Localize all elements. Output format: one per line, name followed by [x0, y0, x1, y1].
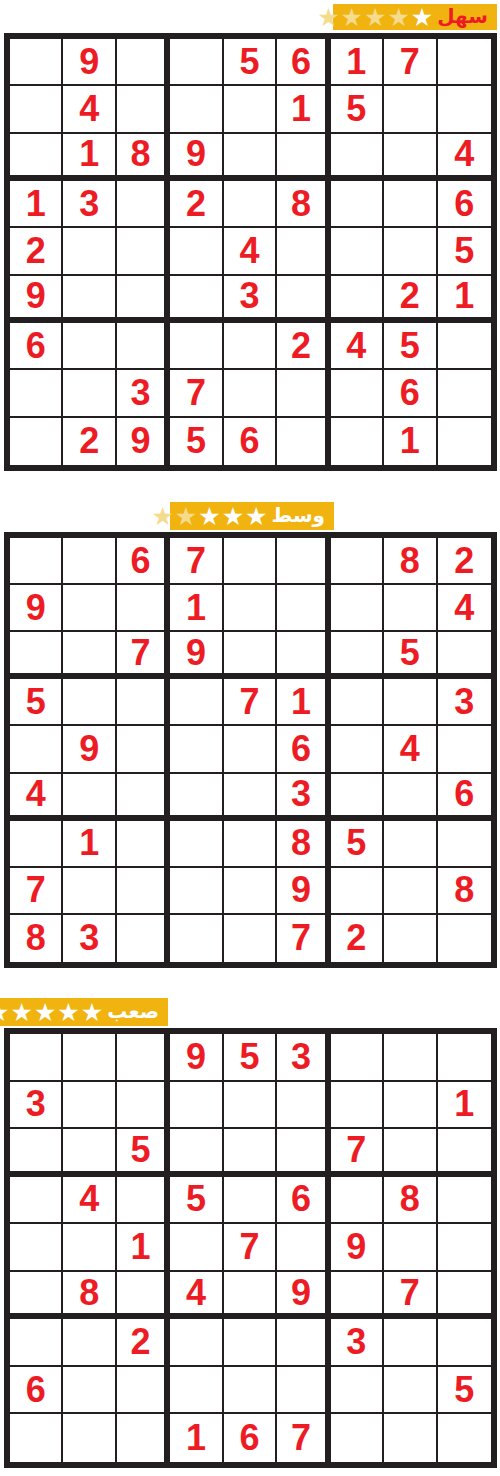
cell-r9c2: 2	[63, 418, 116, 465]
cell-r5c1: 2	[10, 228, 63, 275]
cell-r3c3: 7	[117, 632, 170, 679]
cell-r3c9[interactable]	[438, 632, 491, 679]
cell-r5c6[interactable]	[277, 228, 330, 275]
cell-r7c8[interactable]	[384, 1319, 437, 1367]
cell-r2c1[interactable]	[10, 86, 63, 133]
cell-r1c3: 6	[117, 538, 170, 585]
cell-r7c2[interactable]	[63, 1319, 116, 1367]
cell-r5c5: 7	[224, 1224, 277, 1272]
cell-r6c5[interactable]	[224, 1272, 277, 1320]
cell-r4c7[interactable]	[331, 1177, 384, 1225]
star-icon: ★	[0, 1000, 10, 1025]
cell-r6c6: 3	[277, 774, 330, 821]
cell-r8c6[interactable]	[277, 1367, 330, 1415]
cell-r9c4: 1	[170, 1414, 223, 1462]
cell-r9c8[interactable]	[384, 1414, 437, 1462]
cell-r5c5[interactable]	[224, 726, 277, 773]
cell-r9c3[interactable]	[117, 915, 170, 962]
cell-r1c9: 2	[438, 538, 491, 585]
cell-r1c8[interactable]	[384, 1034, 437, 1082]
star-icon: ★	[34, 1000, 56, 1025]
cell-r3c8: 5	[384, 632, 437, 679]
cell-r7c7: 3	[331, 1319, 384, 1367]
cell-r3c2: 1	[63, 134, 116, 181]
cell-r8c5[interactable]	[224, 868, 277, 915]
cell-r5c3: 1	[117, 1224, 170, 1272]
cell-r7c5[interactable]	[224, 1319, 277, 1367]
cell-r5c4[interactable]	[170, 1224, 223, 1272]
cell-r1c7[interactable]	[331, 1034, 384, 1082]
cell-r8c2[interactable]	[63, 370, 116, 417]
cell-r3c2[interactable]	[63, 1129, 116, 1177]
cell-r8c7[interactable]	[331, 370, 384, 417]
cell-r6c1: 4	[10, 774, 63, 821]
cell-r4c1: 5	[10, 679, 63, 726]
cell-r2c8[interactable]	[384, 86, 437, 133]
cell-r8c6: 9	[277, 868, 330, 915]
star-icon: ★	[222, 504, 244, 529]
cell-r6c2[interactable]	[63, 774, 116, 821]
cell-r2c4[interactable]	[170, 86, 223, 133]
cell-r8c3[interactable]	[117, 1367, 170, 1415]
cell-r6c3[interactable]	[117, 276, 170, 323]
star-icon: ★	[317, 5, 339, 30]
cell-r2c5[interactable]	[224, 86, 277, 133]
cell-r3c7: 7	[331, 1129, 384, 1177]
cell-r3c1[interactable]	[10, 632, 63, 679]
cell-r5c7[interactable]	[331, 228, 384, 275]
cell-r4c3[interactable]	[117, 1177, 170, 1225]
cell-r4c6: 1	[277, 679, 330, 726]
cell-r1c8: 7	[384, 39, 437, 86]
cell-r4c3[interactable]	[117, 679, 170, 726]
cell-r5c5: 4	[224, 228, 277, 275]
cell-r9c9[interactable]	[438, 1414, 491, 1462]
cell-r9c7[interactable]	[331, 1414, 384, 1462]
cell-r1c2[interactable]	[63, 538, 116, 585]
star-icon: ★	[364, 5, 386, 30]
cell-r2c9: 1	[438, 1082, 491, 1130]
cell-r8c9: 5	[438, 1367, 491, 1415]
cell-r5c3[interactable]	[117, 228, 170, 275]
cell-r8c3[interactable]	[117, 868, 170, 915]
cell-r1c5: 5	[224, 39, 277, 86]
difficulty-banner-medium: وسط ★★★★★	[170, 502, 334, 530]
cell-r6c8[interactable]	[384, 774, 437, 821]
difficulty-label: صعب	[105, 1001, 162, 1024]
cell-r3c4: 9	[170, 632, 223, 679]
cell-r2c8[interactable]	[384, 585, 437, 632]
cell-r5c9[interactable]	[438, 1224, 491, 1272]
cell-r5c2: 9	[63, 726, 116, 773]
cell-r1c1[interactable]	[10, 1034, 63, 1082]
cell-r4c8: 8	[384, 1177, 437, 1225]
cell-r7c8: 5	[384, 323, 437, 370]
cell-r3c9[interactable]	[438, 1129, 491, 1177]
cell-r3c4: 9	[170, 134, 223, 181]
cell-r7c4[interactable]	[170, 323, 223, 370]
cell-r1c6: 6	[277, 39, 330, 86]
cell-r8c9: 8	[438, 868, 491, 915]
cell-r3c7[interactable]	[331, 134, 384, 181]
cell-r9c9[interactable]	[438, 418, 491, 465]
cell-r6c7[interactable]	[331, 276, 384, 323]
cell-r3c5[interactable]	[224, 1129, 277, 1177]
cell-r5c3[interactable]	[117, 726, 170, 773]
cell-r8c4[interactable]	[170, 868, 223, 915]
cell-r5c6[interactable]	[277, 1224, 330, 1272]
cell-r6c2: 8	[63, 1272, 116, 1320]
cell-r7c1[interactable]	[10, 821, 63, 868]
cell-r9c2[interactable]	[63, 1414, 116, 1462]
cell-r3c9: 4	[438, 134, 491, 181]
cell-r6c5: 3	[224, 276, 277, 323]
cell-r5c9[interactable]	[438, 726, 491, 773]
cell-r8c4[interactable]	[170, 1367, 223, 1415]
cell-r5c8[interactable]	[384, 1224, 437, 1272]
cell-r4c6: 8	[277, 181, 330, 228]
cell-r4c8[interactable]	[384, 679, 437, 726]
cell-r2c6: 1	[277, 86, 330, 133]
cell-r3c3: 8	[117, 134, 170, 181]
cell-r2c4[interactable]	[170, 1082, 223, 1130]
cell-r1c4: 7	[170, 538, 223, 585]
cell-r7c3[interactable]	[117, 323, 170, 370]
cell-r3c5[interactable]	[224, 632, 277, 679]
cell-r9c8: 1	[384, 418, 437, 465]
cell-r6c3[interactable]	[117, 1272, 170, 1320]
cell-r5c6: 6	[277, 726, 330, 773]
cell-r6c4[interactable]	[170, 774, 223, 821]
cell-r9c5: 6	[224, 1414, 277, 1462]
cell-r9c6: 7	[277, 915, 330, 962]
cell-r2c6[interactable]	[277, 585, 330, 632]
star-icon: ★	[175, 504, 197, 529]
cell-r2c4: 1	[170, 585, 223, 632]
cell-r4c7[interactable]	[331, 181, 384, 228]
cell-r4c7[interactable]	[331, 679, 384, 726]
cell-r7c3[interactable]	[117, 821, 170, 868]
cell-r1c2: 9	[63, 39, 116, 86]
cell-r9c4[interactable]	[170, 915, 223, 962]
cell-r6c7[interactable]	[331, 1272, 384, 1320]
cell-r4c1[interactable]	[10, 1177, 63, 1225]
cell-r5c7[interactable]	[331, 726, 384, 773]
cell-r2c9: 4	[438, 585, 491, 632]
cell-r8c2[interactable]	[63, 868, 116, 915]
cell-r2c6[interactable]	[277, 1082, 330, 1130]
cell-r5c1[interactable]	[10, 1224, 63, 1272]
cell-r4c2: 3	[63, 181, 116, 228]
cell-r9c5: 6	[224, 418, 277, 465]
cell-r4c9: 3	[438, 679, 491, 726]
cell-r6c8: 2	[384, 276, 437, 323]
cell-r8c7[interactable]	[331, 868, 384, 915]
cell-r9c9[interactable]	[438, 915, 491, 962]
cell-r1c7: 1	[331, 39, 384, 86]
cell-r8c6[interactable]	[277, 370, 330, 417]
cell-r5c1[interactable]	[10, 726, 63, 773]
cell-r4c4: 2	[170, 181, 223, 228]
star-icon: ★	[387, 5, 409, 30]
sudoku-page: سهل ★★★★★ 956174151894132862459321624537…	[0, 0, 500, 1476]
cell-r6c2[interactable]	[63, 276, 116, 323]
cell-r7c8[interactable]	[384, 821, 437, 868]
cell-r6c9: 6	[438, 774, 491, 821]
cell-r2c1: 3	[10, 1082, 63, 1130]
star-icon: ★	[81, 1000, 103, 1025]
cell-r7c5[interactable]	[224, 821, 277, 868]
cell-r6c1: 9	[10, 276, 63, 323]
cell-r5c7: 9	[331, 1224, 384, 1272]
difficulty-stars: ★★★★★	[0, 1000, 103, 1025]
cell-r1c7[interactable]	[331, 538, 384, 585]
cell-r3c7[interactable]	[331, 632, 384, 679]
cell-r5c8[interactable]	[384, 228, 437, 275]
cell-r7c4[interactable]	[170, 1319, 223, 1367]
cell-r7c1: 6	[10, 323, 63, 370]
cell-r4c2[interactable]	[63, 679, 116, 726]
cell-r4c9: 6	[438, 181, 491, 228]
cell-r2c2: 4	[63, 86, 116, 133]
cell-r5c8: 4	[384, 726, 437, 773]
cell-r9c7[interactable]	[331, 418, 384, 465]
cell-r4c5: 7	[224, 679, 277, 726]
cell-r7c7: 5	[331, 821, 384, 868]
cell-r4c3[interactable]	[117, 181, 170, 228]
cell-r6c9[interactable]	[438, 1272, 491, 1320]
cell-r1c3[interactable]	[117, 1034, 170, 1082]
cell-r6c4: 4	[170, 1272, 223, 1320]
cell-r9c7: 2	[331, 915, 384, 962]
sudoku-grid-easy: 956174151894132862459321624537629561	[4, 33, 497, 471]
cell-r9c1[interactable]	[10, 418, 63, 465]
cell-r7c6: 2	[277, 323, 330, 370]
cell-r7c5[interactable]	[224, 323, 277, 370]
cell-r3c6[interactable]	[277, 134, 330, 181]
star-icon: ★	[11, 1000, 33, 1025]
cell-r4c8[interactable]	[384, 181, 437, 228]
cell-r6c6[interactable]	[277, 276, 330, 323]
cell-r9c3: 9	[117, 418, 170, 465]
cell-r6c8: 7	[384, 1272, 437, 1320]
cell-r9c6: 7	[277, 1414, 330, 1462]
cell-r1c9[interactable]	[438, 1034, 491, 1082]
cell-r2c7: 5	[331, 86, 384, 133]
cell-r3c2[interactable]	[63, 632, 116, 679]
cell-r8c8[interactable]	[384, 1367, 437, 1415]
cell-r5c4[interactable]	[170, 228, 223, 275]
cell-r1c6[interactable]	[277, 538, 330, 585]
cell-r7c9[interactable]	[438, 821, 491, 868]
cell-r4c6: 6	[277, 1177, 330, 1225]
cell-r3c5[interactable]	[224, 134, 277, 181]
cell-r5c2[interactable]	[63, 228, 116, 275]
cell-r3c6[interactable]	[277, 1129, 330, 1177]
cell-r3c3: 5	[117, 1129, 170, 1177]
cell-r7c9[interactable]	[438, 323, 491, 370]
cell-r4c5[interactable]	[224, 1177, 277, 1225]
cell-r9c1: 8	[10, 915, 63, 962]
cell-r1c1[interactable]	[10, 538, 63, 585]
cell-r7c2[interactable]	[63, 323, 116, 370]
cell-r2c7[interactable]	[331, 1082, 384, 1130]
cell-r2c1: 9	[10, 585, 63, 632]
cell-r8c1[interactable]	[10, 370, 63, 417]
cell-r3c4[interactable]	[170, 1129, 223, 1177]
cell-r3c8[interactable]	[384, 1129, 437, 1177]
cell-r2c9[interactable]	[438, 86, 491, 133]
cell-r1c3[interactable]	[117, 39, 170, 86]
cell-r2c2[interactable]	[63, 585, 116, 632]
cell-r9c6[interactable]	[277, 418, 330, 465]
cell-r7c3: 2	[117, 1319, 170, 1367]
cell-r6c3[interactable]	[117, 774, 170, 821]
difficulty-label: وسط	[269, 505, 328, 528]
cell-r2c3[interactable]	[117, 86, 170, 133]
cell-r4c5[interactable]	[224, 181, 277, 228]
cell-r7c9[interactable]	[438, 1319, 491, 1367]
cell-r7c1[interactable]	[10, 1319, 63, 1367]
cell-r9c3[interactable]	[117, 1414, 170, 1462]
cell-r7c7: 4	[331, 323, 384, 370]
cell-r9c4: 5	[170, 418, 223, 465]
cell-r1c9[interactable]	[438, 39, 491, 86]
cell-r3c1[interactable]	[10, 134, 63, 181]
star-icon: ★	[198, 504, 220, 529]
difficulty-stars: ★★★★★	[317, 5, 433, 30]
cell-r2c3[interactable]	[117, 585, 170, 632]
cell-r8c5[interactable]	[224, 1367, 277, 1415]
cell-r3c1[interactable]	[10, 1129, 63, 1177]
difficulty-banner-hard: صعب ★★★★★	[0, 998, 168, 1026]
cell-r8c8: 6	[384, 370, 437, 417]
cell-r6c5[interactable]	[224, 774, 277, 821]
cell-r6c1[interactable]	[10, 1272, 63, 1320]
cell-r3c6[interactable]	[277, 632, 330, 679]
cell-r4c2: 4	[63, 1177, 116, 1225]
cell-r1c6: 3	[277, 1034, 330, 1082]
cell-r1c2[interactable]	[63, 1034, 116, 1082]
cell-r1c4[interactable]	[170, 39, 223, 86]
star-icon: ★	[245, 504, 267, 529]
cell-r9c2: 3	[63, 915, 116, 962]
cell-r1c4: 9	[170, 1034, 223, 1082]
cell-r7c4[interactable]	[170, 821, 223, 868]
cell-r9c5[interactable]	[224, 915, 277, 962]
cell-r4c9[interactable]	[438, 1177, 491, 1225]
cell-r2c5[interactable]	[224, 1082, 277, 1130]
cell-r4c4[interactable]	[170, 679, 223, 726]
cell-r8c8[interactable]	[384, 868, 437, 915]
cell-r7c6[interactable]	[277, 1319, 330, 1367]
cell-r2c2[interactable]	[63, 1082, 116, 1130]
difficulty-label: سهل	[435, 6, 491, 29]
cell-r3c8[interactable]	[384, 134, 437, 181]
cell-r5c2[interactable]	[63, 1224, 116, 1272]
cell-r7c2: 1	[63, 821, 116, 868]
cell-r8c9[interactable]	[438, 370, 491, 417]
cell-r5c9: 5	[438, 228, 491, 275]
sudoku-grid-hard: 9533157456817984972365167	[4, 1028, 497, 1468]
star-icon: ★	[341, 5, 363, 30]
cell-r9c8[interactable]	[384, 915, 437, 962]
star-icon: ★	[411, 5, 433, 30]
cell-r8c4: 7	[170, 370, 223, 417]
cell-r8c1: 7	[10, 868, 63, 915]
cell-r8c3: 3	[117, 370, 170, 417]
cell-r1c1[interactable]	[10, 39, 63, 86]
cell-r2c5[interactable]	[224, 585, 277, 632]
cell-r6c4[interactable]	[170, 276, 223, 323]
cell-r6c9: 1	[438, 276, 491, 323]
cell-r2c7[interactable]	[331, 585, 384, 632]
cell-r7c6: 8	[277, 821, 330, 868]
sudoku-grid-medium: 678291479557139644361857988372	[4, 532, 497, 968]
cell-r2c8[interactable]	[384, 1082, 437, 1130]
cell-r2c3[interactable]	[117, 1082, 170, 1130]
difficulty-banner-easy: سهل ★★★★★	[333, 4, 497, 30]
star-icon: ★	[57, 1000, 79, 1025]
difficulty-stars: ★★★★★	[151, 504, 267, 529]
cell-r8c7[interactable]	[331, 1367, 384, 1415]
cell-r8c1: 6	[10, 1367, 63, 1415]
cell-r6c6: 9	[277, 1272, 330, 1320]
cell-r1c8: 8	[384, 538, 437, 585]
cell-r1c5[interactable]	[224, 538, 277, 585]
cell-r5c4[interactable]	[170, 726, 223, 773]
cell-r4c4: 5	[170, 1177, 223, 1225]
cell-r4c1: 1	[10, 181, 63, 228]
cell-r9c1[interactable]	[10, 1414, 63, 1462]
cell-r8c5[interactable]	[224, 370, 277, 417]
cell-r6c7[interactable]	[331, 774, 384, 821]
cell-r8c2[interactable]	[63, 1367, 116, 1415]
star-icon: ★	[151, 504, 173, 529]
cell-r1c5: 5	[224, 1034, 277, 1082]
